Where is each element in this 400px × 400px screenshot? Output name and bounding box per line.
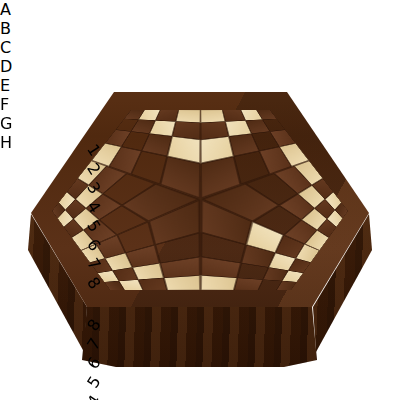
three-player-chess-photo: ABCDEFGH876543211234567887654321ABCDEFGH… <box>0 0 400 400</box>
label-bottom-e: E <box>0 76 400 95</box>
label-bottom-f: F <box>0 95 400 114</box>
label-bottom-c: C <box>0 38 400 57</box>
label-bottom-b: B <box>0 19 400 38</box>
label-bottom-d: D <box>0 57 400 76</box>
label-bottom-a: A <box>0 0 400 19</box>
label-bottom-g: G <box>0 114 400 133</box>
